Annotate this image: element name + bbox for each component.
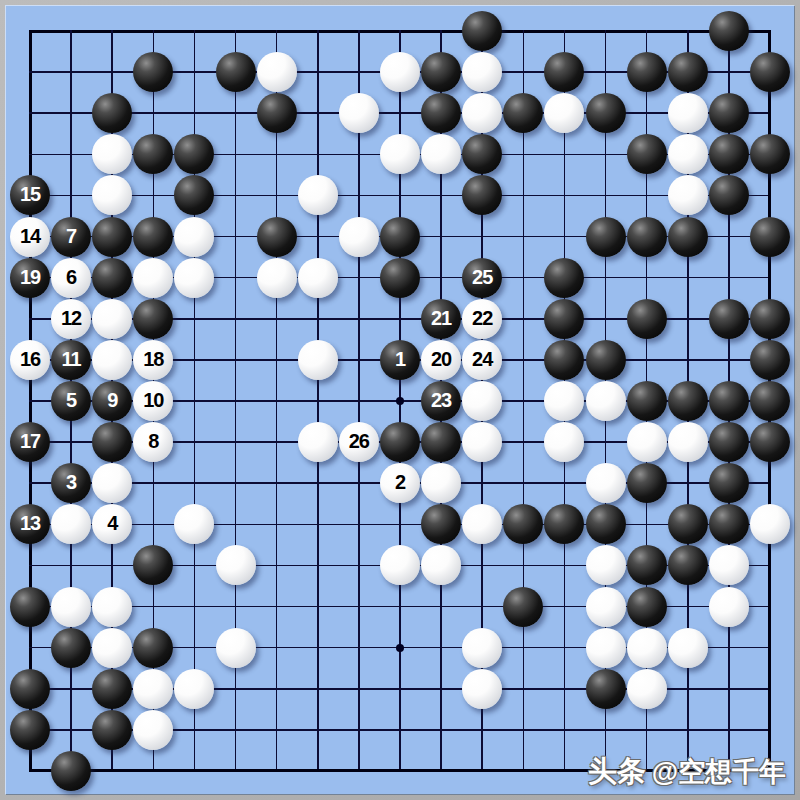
stone-black: 23 xyxy=(421,381,461,421)
stone-white xyxy=(462,422,502,462)
stone-white xyxy=(92,628,132,668)
stone-white xyxy=(174,258,214,298)
stone-black xyxy=(10,587,50,627)
stone-white xyxy=(421,463,461,503)
stone-white xyxy=(586,463,626,503)
stone-white xyxy=(380,52,420,92)
stone-white xyxy=(133,669,173,709)
stone-white xyxy=(174,217,214,257)
stone-white xyxy=(92,299,132,339)
watermark: 头条@空想千年 xyxy=(588,752,786,792)
stone-white xyxy=(92,340,132,380)
stone-white xyxy=(216,628,256,668)
move-number-label: 21 xyxy=(431,308,451,328)
move-number-label: 18 xyxy=(143,349,163,369)
stone-black xyxy=(544,504,584,544)
stone-white xyxy=(380,134,420,174)
stone-black xyxy=(627,381,667,421)
move-number-label: 10 xyxy=(143,390,163,410)
stone-black: 9 xyxy=(92,381,132,421)
stone-black xyxy=(174,134,214,174)
stone-black xyxy=(380,217,420,257)
stone-black: 21 xyxy=(421,299,461,339)
stone-black xyxy=(544,258,584,298)
stone-white xyxy=(421,545,461,585)
stone-white: 6 xyxy=(51,258,91,298)
stone-black: 17 xyxy=(10,422,50,462)
grid-hline-12 xyxy=(29,524,772,526)
stone-black xyxy=(421,504,461,544)
stone-white: 10 xyxy=(133,381,173,421)
stone-black xyxy=(627,52,667,92)
grid-vline-12 xyxy=(523,30,525,773)
stone-black xyxy=(709,381,749,421)
stone-white xyxy=(257,258,297,298)
stone-black xyxy=(709,11,749,51)
stone-white xyxy=(586,587,626,627)
move-number-label: 14 xyxy=(20,226,40,246)
stone-black: 19 xyxy=(10,258,50,298)
stone-black xyxy=(709,504,749,544)
stone-black xyxy=(750,381,790,421)
stone-white xyxy=(586,545,626,585)
stone-black xyxy=(627,299,667,339)
stone-black: 1 xyxy=(380,340,420,380)
move-number-label: 23 xyxy=(431,390,451,410)
stone-black xyxy=(257,93,297,133)
stone-white xyxy=(216,545,256,585)
stone-white xyxy=(51,587,91,627)
stone-black xyxy=(668,381,708,421)
stone-black xyxy=(709,299,749,339)
stone-black xyxy=(586,504,626,544)
stone-black xyxy=(709,422,749,462)
stone-black xyxy=(92,669,132,709)
stone-white: 22 xyxy=(462,299,502,339)
stone-black xyxy=(709,134,749,174)
move-number-label: 5 xyxy=(66,390,76,410)
stone-black xyxy=(668,52,708,92)
stone-white: 20 xyxy=(421,340,461,380)
stone-white xyxy=(668,422,708,462)
stone-black xyxy=(503,587,543,627)
stone-black xyxy=(92,422,132,462)
stone-white: 2 xyxy=(380,463,420,503)
stone-white xyxy=(462,52,502,92)
move-number-label: 12 xyxy=(61,308,81,328)
stone-white xyxy=(421,134,461,174)
stone-white xyxy=(627,422,667,462)
move-number-label: 16 xyxy=(20,349,40,369)
stone-black xyxy=(92,258,132,298)
stone-black xyxy=(544,52,584,92)
stone-black xyxy=(627,134,667,174)
move-number-label: 20 xyxy=(431,349,451,369)
stone-white xyxy=(298,175,338,215)
stone-black xyxy=(51,628,91,668)
stone-black xyxy=(709,463,749,503)
stone-white xyxy=(51,504,91,544)
stone-white xyxy=(544,381,584,421)
stone-white: 18 xyxy=(133,340,173,380)
watermark-brand: 头条 xyxy=(588,755,646,787)
move-number-label: 1 xyxy=(395,349,405,369)
stone-black xyxy=(216,52,256,92)
stone-black xyxy=(92,93,132,133)
move-number-label: 3 xyxy=(66,472,76,492)
stone-white xyxy=(668,93,708,133)
stone-black xyxy=(709,93,749,133)
stone-black xyxy=(750,134,790,174)
move-number-label: 15 xyxy=(20,184,40,204)
stone-black xyxy=(544,340,584,380)
stone-black xyxy=(133,52,173,92)
stone-white xyxy=(627,628,667,668)
stone-black: 7 xyxy=(51,217,91,257)
move-number-label: 24 xyxy=(472,349,492,369)
stone-white xyxy=(92,134,132,174)
stone-black xyxy=(10,669,50,709)
stone-black xyxy=(668,217,708,257)
stone-white xyxy=(668,175,708,215)
stone-white xyxy=(462,628,502,668)
stone-black xyxy=(627,545,667,585)
stone-white xyxy=(174,669,214,709)
stone-white xyxy=(174,504,214,544)
stone-white xyxy=(92,175,132,215)
stone-black xyxy=(380,422,420,462)
stone-white xyxy=(339,217,379,257)
stone-white xyxy=(92,463,132,503)
stone-black xyxy=(544,299,584,339)
stone-white xyxy=(133,710,173,750)
stone-black xyxy=(750,422,790,462)
stone-white xyxy=(257,52,297,92)
stone-white xyxy=(298,258,338,298)
stone-white xyxy=(586,381,626,421)
move-number-label: 19 xyxy=(20,267,40,287)
stone-black xyxy=(380,258,420,298)
stone-white: 12 xyxy=(51,299,91,339)
stone-black xyxy=(133,134,173,174)
stone-white: 14 xyxy=(10,217,50,257)
stone-black xyxy=(668,545,708,585)
stone-black xyxy=(10,710,50,750)
stone-black: 5 xyxy=(51,381,91,421)
move-number-label: 4 xyxy=(107,513,117,533)
move-number-label: 6 xyxy=(66,267,76,287)
stone-white xyxy=(133,258,173,298)
stone-black xyxy=(92,710,132,750)
move-number-label: 2 xyxy=(395,472,405,492)
stone-black xyxy=(133,628,173,668)
stone-white xyxy=(380,545,420,585)
stone-white xyxy=(668,134,708,174)
move-number-label: 25 xyxy=(472,267,492,287)
stone-black xyxy=(462,134,502,174)
stone-white: 8 xyxy=(133,422,173,462)
stone-white: 4 xyxy=(92,504,132,544)
stone-white xyxy=(586,628,626,668)
stone-black xyxy=(92,217,132,257)
watermark-handle: @空想千年 xyxy=(652,757,786,787)
stone-white xyxy=(668,628,708,668)
move-number-label: 22 xyxy=(472,308,492,328)
board-frame: 1514719625122122161118120245910231782632… xyxy=(0,0,800,800)
move-number-label: 9 xyxy=(107,390,117,410)
stone-black xyxy=(174,175,214,215)
stone-white xyxy=(462,381,502,421)
stone-white xyxy=(750,504,790,544)
stone-black: 13 xyxy=(10,504,50,544)
stone-black xyxy=(586,217,626,257)
move-number-label: 8 xyxy=(148,431,158,451)
stone-white xyxy=(627,669,667,709)
stone-black xyxy=(627,217,667,257)
stone-black xyxy=(462,175,502,215)
stone-white xyxy=(298,340,338,380)
stone-black xyxy=(750,52,790,92)
move-number-label: 13 xyxy=(20,513,40,533)
stone-white: 24 xyxy=(462,340,502,380)
stone-black xyxy=(133,299,173,339)
stone-black: 3 xyxy=(51,463,91,503)
stone-black xyxy=(257,217,297,257)
stone-white xyxy=(462,669,502,709)
star-point xyxy=(396,644,404,652)
stone-black xyxy=(586,340,626,380)
stone-white: 16 xyxy=(10,340,50,380)
stone-black xyxy=(627,587,667,627)
stone-black xyxy=(421,422,461,462)
stone-black xyxy=(503,504,543,544)
move-number-label: 11 xyxy=(62,349,81,369)
stone-black xyxy=(709,175,749,215)
move-number-label: 26 xyxy=(349,431,369,451)
stone-black xyxy=(421,52,461,92)
stone-white xyxy=(92,587,132,627)
go-board[interactable]: 1514719625122122161118120245910231782632… xyxy=(5,5,795,795)
stone-black: 25 xyxy=(462,258,502,298)
stone-black xyxy=(668,504,708,544)
stone-black xyxy=(586,93,626,133)
stone-white xyxy=(462,93,502,133)
stone-black: 15 xyxy=(10,175,50,215)
stone-black xyxy=(133,217,173,257)
stone-white xyxy=(544,422,584,462)
stone-black xyxy=(627,463,667,503)
stone-black xyxy=(133,545,173,585)
stone-white xyxy=(709,545,749,585)
move-number-label: 7 xyxy=(66,226,76,246)
stone-black xyxy=(750,217,790,257)
stone-white xyxy=(462,504,502,544)
stone-white xyxy=(298,422,338,462)
move-number-label: 17 xyxy=(20,431,40,451)
stone-black xyxy=(586,669,626,709)
stone-white xyxy=(709,587,749,627)
stone-black xyxy=(750,340,790,380)
stone-black xyxy=(421,93,461,133)
stone-white xyxy=(339,93,379,133)
stone-black xyxy=(462,11,502,51)
stone-black xyxy=(51,751,91,791)
stone-black xyxy=(503,93,543,133)
stone-black xyxy=(750,299,790,339)
stone-white xyxy=(544,93,584,133)
star-point xyxy=(396,397,404,405)
stone-white: 26 xyxy=(339,422,379,462)
stone-black: 11 xyxy=(51,340,91,380)
